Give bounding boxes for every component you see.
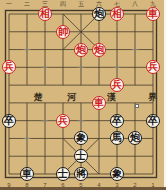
piece-black-卒[interactable]: 卒	[2, 114, 16, 128]
cursor-marker	[135, 104, 139, 108]
piece-black-炮[interactable]: 炮	[92, 7, 106, 21]
board-bottom-edge	[0, 187, 166, 190]
piece-red-帥[interactable]: 帥	[56, 25, 70, 39]
piece-black-炮[interactable]: 炮	[128, 131, 142, 145]
piece-black-車[interactable]: 車	[20, 167, 34, 181]
piece-black-將[interactable]: 將	[74, 167, 88, 181]
file-label: 五	[72, 1, 90, 7]
piece-black-馬[interactable]: 馬	[110, 131, 124, 145]
piece-black-象[interactable]: 象	[74, 131, 88, 145]
piece-black-士[interactable]: 士	[74, 149, 88, 163]
file-label: 二	[18, 1, 36, 7]
file-label: 一	[0, 1, 18, 7]
piece-red-炮[interactable]: 炮	[92, 43, 106, 57]
piece-red-相[interactable]: 相	[38, 7, 52, 21]
piece-red-相[interactable]: 相	[110, 7, 124, 21]
xiangqi-board: 楚 河 漢 界 一二三四五六七八九 987654321 相炮相車帥炮炮兵兵兵車卒…	[0, 0, 166, 190]
piece-red-兵[interactable]: 兵	[56, 114, 70, 128]
piece-red-車[interactable]: 車	[146, 7, 160, 21]
piece-black-士[interactable]: 士	[56, 167, 70, 181]
river-label-left: 楚 河	[34, 91, 87, 104]
piece-black-象[interactable]: 象	[110, 167, 124, 181]
file-label: 四	[54, 1, 72, 7]
piece-red-車[interactable]: 車	[92, 96, 106, 110]
piece-red-炮[interactable]: 炮	[74, 43, 88, 57]
river-label-right: 漢 界	[107, 91, 166, 104]
piece-black-卒[interactable]: 卒	[110, 114, 124, 128]
right-edge-gutter	[164, 0, 166, 190]
piece-red-兵[interactable]: 兵	[2, 60, 16, 74]
file-label: 八	[126, 1, 144, 7]
piece-red-兵[interactable]: 兵	[110, 78, 124, 92]
piece-black-卒[interactable]: 卒	[146, 114, 160, 128]
piece-red-兵[interactable]: 兵	[146, 60, 160, 74]
